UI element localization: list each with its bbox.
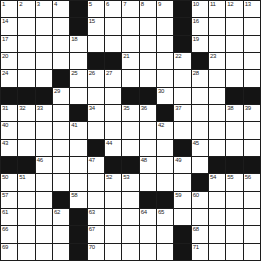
cell-r2c3[interactable]	[36, 18, 52, 34]
clue-number-48: 48	[141, 157, 147, 164]
cell-r1c15[interactable]: 13	[244, 1, 260, 17]
cell-r9c7[interactable]: 44	[105, 140, 121, 156]
cell-r8c4[interactable]	[53, 122, 69, 138]
cell-r5c6[interactable]: 26	[88, 70, 104, 86]
cell-r12c3[interactable]	[36, 192, 52, 208]
cell-r9c1[interactable]: 43	[1, 140, 17, 156]
cell-r5c8[interactable]	[122, 70, 138, 86]
cell-r13c6[interactable]: 63	[88, 209, 104, 225]
block-r4c12	[192, 53, 208, 69]
clue-number-12: 12	[227, 1, 233, 8]
cell-r11c10[interactable]	[157, 174, 173, 190]
cell-r13c4[interactable]: 62	[53, 209, 69, 225]
cell-r12c11[interactable]: 59	[174, 192, 190, 208]
block-r9c6	[88, 140, 104, 156]
cell-r13c15[interactable]	[244, 209, 260, 225]
cell-r2c10[interactable]	[157, 18, 173, 34]
clue-number-51: 51	[19, 174, 25, 181]
cell-r4c10[interactable]	[157, 53, 173, 69]
cell-r15c13[interactable]	[209, 244, 225, 260]
cell-r15c1[interactable]: 69	[1, 244, 17, 260]
clue-number-29: 29	[54, 88, 60, 95]
cell-r10c5[interactable]	[70, 157, 86, 173]
clue-number-65: 65	[158, 209, 164, 216]
clue-number-13: 13	[245, 1, 251, 8]
cell-r5c13[interactable]	[209, 70, 225, 86]
cell-r5c2[interactable]	[18, 70, 34, 86]
cell-r2c8[interactable]	[122, 18, 138, 34]
cell-r3c5[interactable]: 18	[70, 36, 86, 52]
clue-number-7: 7	[123, 1, 126, 8]
cell-r8c14[interactable]	[226, 122, 242, 138]
cell-r8c2[interactable]	[18, 122, 34, 138]
clue-number-8: 8	[141, 1, 144, 8]
block-r12c9	[140, 192, 156, 208]
cell-r10c10[interactable]	[157, 157, 173, 173]
cell-r5c14[interactable]	[226, 70, 242, 86]
cell-r7c13[interactable]	[209, 105, 225, 121]
cell-r7c12[interactable]	[192, 105, 208, 121]
block-r9c11	[174, 140, 190, 156]
cell-r13c14[interactable]	[226, 209, 242, 225]
clue-number-15: 15	[89, 18, 95, 25]
cell-r1c7[interactable]: 6	[105, 1, 121, 17]
block-r6c3	[36, 88, 52, 104]
cell-r13c13[interactable]	[209, 209, 225, 225]
cell-r14c8[interactable]	[122, 226, 138, 242]
block-r4c7	[105, 53, 121, 69]
cell-r15c9[interactable]	[140, 244, 156, 260]
cell-r8c6[interactable]	[88, 122, 104, 138]
block-r7c10	[157, 105, 173, 121]
cell-r1c12[interactable]: 10	[192, 1, 208, 17]
cell-r11c5[interactable]	[70, 174, 86, 190]
clue-number-42: 42	[158, 122, 164, 129]
block-r15c5	[70, 244, 86, 260]
cell-r13c11[interactable]	[174, 209, 190, 225]
block-r14c11	[174, 226, 190, 242]
cell-r9c15[interactable]	[244, 140, 260, 156]
clue-number-39: 39	[245, 105, 251, 112]
cell-r15c6[interactable]: 70	[88, 244, 104, 260]
block-r6c15	[244, 88, 260, 104]
cell-r12c8[interactable]	[122, 192, 138, 208]
block-r10c1	[1, 157, 17, 173]
clue-number-38: 38	[227, 105, 233, 112]
cell-r2c14[interactable]	[226, 18, 242, 34]
clue-number-26: 26	[89, 70, 95, 77]
cell-r5c11[interactable]	[174, 70, 190, 86]
cell-r12c1[interactable]: 57	[1, 192, 17, 208]
cell-r5c9[interactable]	[140, 70, 156, 86]
clue-number-4: 4	[54, 1, 57, 8]
cell-r4c5[interactable]	[70, 53, 86, 69]
block-r14c5	[70, 226, 86, 242]
cell-r1c3[interactable]: 3	[36, 1, 52, 17]
cell-r12c5[interactable]: 58	[70, 192, 86, 208]
clue-number-56: 56	[245, 174, 251, 181]
cell-r13c8[interactable]	[122, 209, 138, 225]
cell-r6c4[interactable]: 29	[53, 88, 69, 104]
cell-r14c14[interactable]	[226, 226, 242, 242]
clue-number-58: 58	[71, 192, 77, 199]
cell-r7c7[interactable]	[105, 105, 121, 121]
cell-r3c14[interactable]	[226, 36, 242, 52]
cell-r14c13[interactable]	[209, 226, 225, 242]
clue-number-62: 62	[54, 209, 60, 216]
cell-r2c6[interactable]: 15	[88, 18, 104, 34]
cell-r12c2[interactable]	[18, 192, 34, 208]
cell-r15c8[interactable]	[122, 244, 138, 260]
cell-r6c5[interactable]	[70, 88, 86, 104]
cell-r7c1[interactable]: 31	[1, 105, 17, 121]
cell-r11c3[interactable]	[36, 174, 52, 190]
block-r12c10	[157, 192, 173, 208]
clue-number-32: 32	[19, 105, 25, 112]
clue-number-3: 3	[37, 1, 40, 8]
clue-number-43: 43	[2, 140, 8, 147]
cell-r8c11[interactable]	[174, 122, 190, 138]
cell-r1c9[interactable]: 8	[140, 1, 156, 17]
cell-r13c3[interactable]	[36, 209, 52, 225]
cell-r10c9[interactable]: 48	[140, 157, 156, 173]
clue-number-34: 34	[89, 105, 95, 112]
cell-r9c12[interactable]: 45	[192, 140, 208, 156]
cell-r7c3[interactable]: 33	[36, 105, 52, 121]
cell-r9c10[interactable]	[157, 140, 173, 156]
cell-r13c2[interactable]	[18, 209, 34, 225]
cell-r2c9[interactable]	[140, 18, 156, 34]
cell-r1c8[interactable]: 7	[122, 1, 138, 17]
clue-number-5: 5	[89, 1, 92, 8]
block-r10c2	[18, 157, 34, 173]
clue-number-19: 19	[193, 36, 199, 43]
clue-number-18: 18	[71, 36, 77, 43]
block-r6c8	[122, 88, 138, 104]
cell-r8c15[interactable]	[244, 122, 260, 138]
clue-number-17: 17	[2, 36, 8, 43]
cell-r7c11[interactable]: 37	[174, 105, 190, 121]
cell-r14c9[interactable]	[140, 226, 156, 242]
clue-number-54: 54	[210, 174, 216, 181]
cell-r12c13[interactable]	[209, 192, 225, 208]
clue-number-28: 28	[193, 70, 199, 77]
clue-number-52: 52	[106, 174, 112, 181]
clue-number-27: 27	[106, 70, 112, 77]
cell-r14c7[interactable]	[105, 226, 121, 242]
cell-r7c8[interactable]: 35	[122, 105, 138, 121]
cell-r14c10[interactable]	[157, 226, 173, 242]
block-r1c11	[174, 1, 190, 17]
cell-r4c4[interactable]	[53, 53, 69, 69]
clue-number-1: 1	[2, 1, 5, 8]
cell-r3c1[interactable]: 17	[1, 36, 17, 52]
clue-number-24: 24	[2, 70, 8, 77]
cell-r8c1[interactable]: 40	[1, 122, 17, 138]
block-r10c7	[105, 157, 121, 173]
cell-r11c9[interactable]	[140, 174, 156, 190]
cell-r11c13[interactable]: 54	[209, 174, 225, 190]
cell-r8c13[interactable]	[209, 122, 225, 138]
clue-number-36: 36	[141, 105, 147, 112]
cell-r7c4[interactable]	[53, 105, 69, 121]
cell-r3c12[interactable]: 19	[192, 36, 208, 52]
cell-r7c15[interactable]: 39	[244, 105, 260, 121]
cell-r11c14[interactable]: 55	[226, 174, 242, 190]
clue-number-10: 10	[193, 1, 199, 8]
cell-r11c11[interactable]	[174, 174, 190, 190]
cell-r4c13[interactable]: 23	[209, 53, 225, 69]
clue-number-45: 45	[193, 140, 199, 147]
cell-r9c14[interactable]	[226, 140, 242, 156]
cell-r5c5[interactable]: 25	[70, 70, 86, 86]
cell-r10c4[interactable]	[53, 157, 69, 173]
cell-r14c3[interactable]	[36, 226, 52, 242]
block-r10c14	[226, 157, 242, 173]
clue-number-33: 33	[37, 105, 43, 112]
cell-r3c10[interactable]	[157, 36, 173, 52]
cell-r11c2[interactable]: 51	[18, 174, 34, 190]
cell-r4c9[interactable]	[140, 53, 156, 69]
cell-r3c8[interactable]	[122, 36, 138, 52]
cell-r11c1[interactable]: 50	[1, 174, 17, 190]
block-r6c1	[1, 88, 17, 104]
clue-number-31: 31	[2, 105, 8, 112]
clue-number-61: 61	[2, 209, 8, 216]
cell-r14c12[interactable]: 68	[192, 226, 208, 242]
cell-r9c5[interactable]	[70, 140, 86, 156]
clue-number-64: 64	[141, 209, 147, 216]
cell-r3c13[interactable]	[209, 36, 225, 52]
clue-number-50: 50	[2, 174, 8, 181]
cell-r7c9[interactable]: 36	[140, 105, 156, 121]
clue-number-68: 68	[193, 226, 199, 233]
cell-r5c12[interactable]: 28	[192, 70, 208, 86]
cell-r3c4[interactable]	[53, 36, 69, 52]
cell-r9c8[interactable]	[122, 140, 138, 156]
cell-r1c2[interactable]: 2	[18, 1, 34, 17]
cell-r12c6[interactable]	[88, 192, 104, 208]
cell-r4c11[interactable]: 22	[174, 53, 190, 69]
cell-r2c15[interactable]	[244, 18, 260, 34]
clue-number-63: 63	[89, 209, 95, 216]
clue-number-30: 30	[158, 88, 164, 95]
cell-r14c4[interactable]	[53, 226, 69, 242]
clue-number-59: 59	[175, 192, 181, 199]
clue-number-46: 46	[37, 157, 43, 164]
cell-r3c7[interactable]	[105, 36, 121, 52]
clue-number-41: 41	[71, 122, 77, 129]
cell-r3c9[interactable]	[140, 36, 156, 52]
cell-r13c10[interactable]: 65	[157, 209, 173, 225]
clue-number-47: 47	[89, 157, 95, 164]
cell-r6c7[interactable]	[105, 88, 121, 104]
cell-r11c8[interactable]: 53	[122, 174, 138, 190]
cell-r12c7[interactable]	[105, 192, 121, 208]
cell-r4c2[interactable]	[18, 53, 34, 69]
cell-r8c7[interactable]	[105, 122, 121, 138]
block-r6c2	[18, 88, 34, 104]
clue-number-44: 44	[106, 140, 112, 147]
cell-r3c15[interactable]	[244, 36, 260, 52]
clue-number-66: 66	[2, 226, 8, 233]
cell-r10c3[interactable]: 46	[36, 157, 52, 173]
cell-r2c4[interactable]	[53, 18, 69, 34]
clue-number-37: 37	[175, 105, 181, 112]
cell-r1c4[interactable]: 4	[53, 1, 69, 17]
clue-number-60: 60	[193, 192, 199, 199]
clue-number-35: 35	[123, 105, 129, 112]
clue-number-25: 25	[71, 70, 77, 77]
cell-r15c2[interactable]	[18, 244, 34, 260]
cell-r4c1[interactable]: 20	[1, 53, 17, 69]
block-r15c11	[174, 244, 190, 260]
clue-number-21: 21	[123, 53, 129, 60]
cell-r8c12[interactable]	[192, 122, 208, 138]
clue-number-23: 23	[210, 53, 216, 60]
block-r7c5	[70, 105, 86, 121]
cell-r7c14[interactable]: 38	[226, 105, 242, 121]
cell-r6c11[interactable]	[174, 88, 190, 104]
cell-r11c15[interactable]: 56	[244, 174, 260, 190]
block-r6c9	[140, 88, 156, 104]
cell-r3c2[interactable]	[18, 36, 34, 52]
block-r4c6	[88, 53, 104, 69]
cell-r13c1[interactable]: 61	[1, 209, 17, 225]
cell-r15c4[interactable]	[53, 244, 69, 260]
block-r2c5	[70, 18, 86, 34]
clue-number-2: 2	[19, 1, 22, 8]
block-r5c4	[53, 70, 69, 86]
cell-r14c6[interactable]: 67	[88, 226, 104, 242]
cell-r10c6[interactable]: 47	[88, 157, 104, 173]
cell-r9c2[interactable]	[18, 140, 34, 156]
cell-r7c6[interactable]: 34	[88, 105, 104, 121]
cell-r4c14[interactable]	[226, 53, 242, 69]
cell-r3c3[interactable]	[36, 36, 52, 52]
cell-r12c12[interactable]: 60	[192, 192, 208, 208]
cell-r11c4[interactable]	[53, 174, 69, 190]
cell-r9c9[interactable]	[140, 140, 156, 156]
block-r11c12	[192, 174, 208, 190]
cell-r6c12[interactable]	[192, 88, 208, 104]
cell-r1c1[interactable]: 1	[1, 1, 17, 17]
cell-r5c1[interactable]: 24	[1, 70, 17, 86]
block-r10c13	[209, 157, 225, 173]
cell-r4c15[interactable]	[244, 53, 260, 69]
crossword-grid: 1234567891011121314151617181920212223242…	[0, 0, 261, 261]
cell-r11c7[interactable]: 52	[105, 174, 121, 190]
clue-number-9: 9	[158, 1, 161, 8]
block-r12c4	[53, 192, 69, 208]
clue-number-49: 49	[175, 157, 181, 164]
cell-r6c6[interactable]	[88, 88, 104, 104]
cell-r3c6[interactable]	[88, 36, 104, 52]
cell-r1c13[interactable]: 11	[209, 1, 225, 17]
cell-r12c14[interactable]	[226, 192, 242, 208]
block-r10c8	[122, 157, 138, 173]
cell-r6c13[interactable]	[209, 88, 225, 104]
clue-number-6: 6	[106, 1, 109, 8]
cell-r4c3[interactable]	[36, 53, 52, 69]
cell-r2c7[interactable]	[105, 18, 121, 34]
cell-r1c6[interactable]: 5	[88, 1, 104, 17]
cell-r1c10[interactable]: 9	[157, 1, 173, 17]
cell-r15c15[interactable]	[244, 244, 260, 260]
cell-r13c7[interactable]	[105, 209, 121, 225]
block-r1c5	[70, 1, 86, 17]
cell-r4c8[interactable]: 21	[122, 53, 138, 69]
cell-r8c3[interactable]	[36, 122, 52, 138]
block-r10c15	[244, 157, 260, 173]
cell-r5c7[interactable]: 27	[105, 70, 121, 86]
clue-number-71: 71	[193, 244, 199, 251]
clue-number-14: 14	[2, 18, 8, 25]
clue-number-11: 11	[210, 1, 216, 8]
clue-number-69: 69	[2, 244, 8, 251]
cell-r14c2[interactable]	[18, 226, 34, 242]
cell-r13c12[interactable]	[192, 209, 208, 225]
clue-number-20: 20	[2, 53, 8, 60]
clue-number-40: 40	[2, 122, 8, 129]
block-r2c11	[174, 18, 190, 34]
clue-number-57: 57	[2, 192, 8, 199]
cell-r15c7[interactable]	[105, 244, 121, 260]
cell-r15c3[interactable]	[36, 244, 52, 260]
cell-r10c12[interactable]	[192, 157, 208, 173]
cell-r15c12[interactable]: 71	[192, 244, 208, 260]
cell-r12c15[interactable]	[244, 192, 260, 208]
cell-r2c13[interactable]	[209, 18, 225, 34]
block-r13c5	[70, 209, 86, 225]
clue-number-70: 70	[89, 244, 95, 251]
cell-r2c2[interactable]	[18, 18, 34, 34]
cell-r11c6[interactable]	[88, 174, 104, 190]
clue-number-16: 16	[193, 18, 199, 25]
cell-r9c3[interactable]	[36, 140, 52, 156]
cell-r5c10[interactable]	[157, 70, 173, 86]
cell-r10c11[interactable]: 49	[174, 157, 190, 173]
cell-r9c13[interactable]	[209, 140, 225, 156]
cell-r1c14[interactable]: 12	[226, 1, 242, 17]
cell-r13c9[interactable]: 64	[140, 209, 156, 225]
cell-r5c3[interactable]	[36, 70, 52, 86]
clue-number-22: 22	[175, 53, 181, 60]
block-r3c11	[174, 36, 190, 52]
cell-r15c10[interactable]	[157, 244, 173, 260]
cell-r5c15[interactable]	[244, 70, 260, 86]
cell-r8c8[interactable]	[122, 122, 138, 138]
clue-number-67: 67	[89, 226, 95, 233]
cell-r6c10[interactable]: 30	[157, 88, 173, 104]
clue-number-55: 55	[227, 174, 233, 181]
cell-r8c9[interactable]	[140, 122, 156, 138]
cell-r14c1[interactable]: 66	[1, 226, 17, 242]
cell-r14c15[interactable]	[244, 226, 260, 242]
cell-r7c2[interactable]: 32	[18, 105, 34, 121]
cell-r15c14[interactable]	[226, 244, 242, 260]
block-r6c14	[226, 88, 242, 104]
cell-r8c10[interactable]: 42	[157, 122, 173, 138]
cell-r8c5[interactable]: 41	[70, 122, 86, 138]
cell-r2c1[interactable]: 14	[1, 18, 17, 34]
clue-number-53: 53	[123, 174, 129, 181]
cell-r9c4[interactable]	[53, 140, 69, 156]
cell-r2c12[interactable]: 16	[192, 18, 208, 34]
